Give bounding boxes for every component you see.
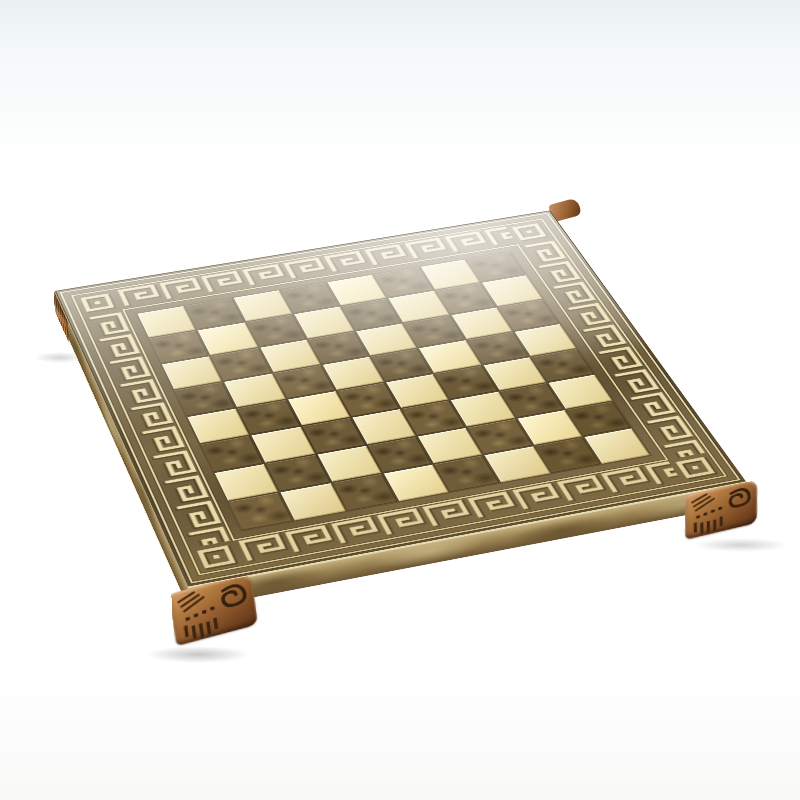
square-r7c3	[384, 465, 449, 502]
square-r6c3	[368, 437, 432, 473]
square-r7c5	[485, 446, 550, 482]
square-r4c1	[238, 400, 300, 435]
square-r5c6	[500, 383, 564, 417]
square-r3c0	[175, 382, 236, 416]
square-r6c0	[215, 464, 279, 501]
square-r5c1	[252, 427, 315, 462]
square-r5c5	[451, 392, 514, 426]
square-r5c3	[352, 409, 415, 444]
square-r7c7	[584, 428, 650, 463]
scene	[0, 0, 800, 800]
square-r4c0	[188, 409, 250, 444]
meander-corner-key	[668, 453, 724, 484]
square-r7c4	[434, 455, 499, 491]
square-r7c1	[281, 483, 346, 520]
meander-corner-key	[189, 541, 244, 574]
chess-board	[55, 210, 746, 586]
square-r4c2	[288, 391, 350, 425]
square-r5c4	[402, 401, 465, 436]
square-r6c4	[418, 428, 482, 463]
square-r7c6	[535, 437, 600, 473]
square-r7c0	[229, 493, 293, 531]
square-r4c3	[337, 383, 399, 417]
square-r5c0	[201, 436, 264, 472]
square-r6c5	[468, 419, 532, 454]
square-r6c2	[317, 446, 381, 482]
square-r6c6	[517, 410, 581, 445]
square-r7c2	[332, 474, 397, 511]
foot-shadow-front	[146, 646, 250, 663]
foot-shadow-right	[694, 538, 788, 552]
square-r6c7	[566, 401, 631, 436]
square-r5c2	[302, 418, 365, 453]
square-r6c1	[266, 455, 330, 491]
